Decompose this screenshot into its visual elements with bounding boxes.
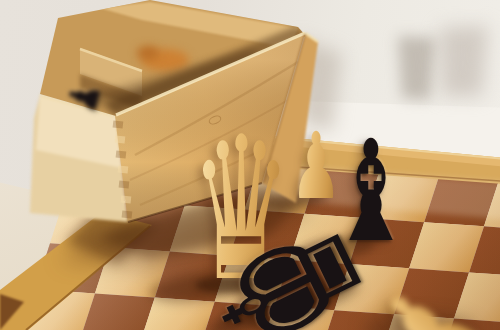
chess-still-life-photo: ♟ ♟ ♝ ♛ ♚ ♟ bbox=[0, 0, 500, 330]
